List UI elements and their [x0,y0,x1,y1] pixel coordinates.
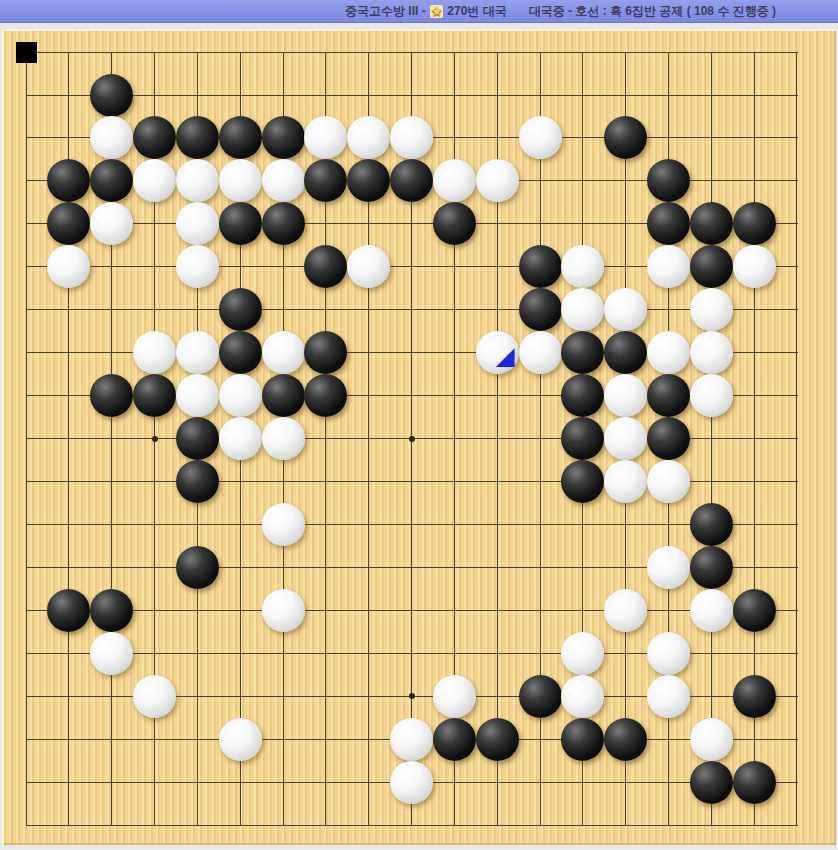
stone-black[interactable] [433,718,476,761]
stone-black[interactable] [647,374,690,417]
stone-white[interactable] [733,245,776,288]
stone-white[interactable] [476,331,519,374]
stone-white[interactable] [647,546,690,589]
stone-black[interactable] [733,589,776,632]
stone-black[interactable] [519,675,562,718]
stone-white[interactable] [304,116,347,159]
stone-white[interactable] [690,288,733,331]
stone-white[interactable] [390,761,433,804]
stone-white[interactable] [647,632,690,675]
stone-black[interactable] [47,202,90,245]
stone-black[interactable] [561,417,604,460]
stone-white[interactable] [262,503,305,546]
stone-black[interactable] [133,374,176,417]
game-status-label: 대국중 - 호선 : 흑 6집반 공제 ( 108 수 진행중 ) [529,3,776,20]
stone-black[interactable] [476,718,519,761]
stone-white[interactable] [133,331,176,374]
stone-white[interactable] [347,116,390,159]
stone-black[interactable] [519,245,562,288]
stone-black[interactable] [561,374,604,417]
grid-line-horizontal [26,825,798,826]
stone-white[interactable] [561,288,604,331]
stone-black[interactable] [262,374,305,417]
stone-black[interactable] [604,718,647,761]
stone-black[interactable] [561,718,604,761]
stone-white[interactable] [219,417,262,460]
stone-white[interactable] [604,288,647,331]
stone-black[interactable] [690,761,733,804]
stone-black[interactable] [647,159,690,202]
stone-white[interactable] [647,331,690,374]
stone-black[interactable] [519,288,562,331]
stone-white[interactable] [47,245,90,288]
stone-white[interactable] [90,202,133,245]
stone-white[interactable] [176,374,219,417]
stone-white[interactable] [176,159,219,202]
stone-black[interactable] [47,589,90,632]
stone-black[interactable] [176,546,219,589]
stone-white[interactable] [176,331,219,374]
stone-white[interactable] [647,460,690,503]
stone-white[interactable] [262,417,305,460]
stone-black[interactable] [561,331,604,374]
stone-black[interactable] [647,202,690,245]
stone-white[interactable] [519,331,562,374]
stone-white[interactable] [476,159,519,202]
stone-white[interactable] [561,245,604,288]
stone-black[interactable] [304,331,347,374]
stone-white[interactable] [262,159,305,202]
stone-black[interactable] [604,331,647,374]
stone-black[interactable] [647,417,690,460]
corner-square-marker [16,42,37,63]
stone-black[interactable] [262,116,305,159]
stone-black[interactable] [690,503,733,546]
go-board[interactable] [2,29,836,845]
stone-black[interactable] [561,460,604,503]
stone-white[interactable] [690,374,733,417]
stone-black[interactable] [176,460,219,503]
title-bar: 중국고수방 III - ★ 270번 대국 대국중 - 호선 : 흑 6집반 공… [0,0,838,23]
stone-black[interactable] [304,245,347,288]
stone-black[interactable] [690,245,733,288]
stone-black[interactable] [733,675,776,718]
stone-white[interactable] [219,374,262,417]
stone-white[interactable] [604,460,647,503]
game-number-label: 270번 대국 [447,3,506,20]
stone-black[interactable] [433,202,476,245]
grid-line-vertical [796,52,797,826]
stone-black[interactable] [219,331,262,374]
stone-white[interactable] [347,245,390,288]
stone-white[interactable] [176,202,219,245]
stone-white[interactable] [390,718,433,761]
stone-black[interactable] [47,159,90,202]
stone-white[interactable] [604,589,647,632]
stone-white[interactable] [647,675,690,718]
stone-white[interactable] [90,116,133,159]
stone-white[interactable] [390,116,433,159]
grid-line-horizontal [26,610,798,611]
stone-white[interactable] [90,632,133,675]
stone-white[interactable] [690,331,733,374]
stone-white[interactable] [690,718,733,761]
stone-white[interactable] [433,159,476,202]
stone-black[interactable] [133,116,176,159]
stone-black[interactable] [733,761,776,804]
stone-white[interactable] [219,159,262,202]
stone-white[interactable] [561,675,604,718]
star-point [409,693,415,699]
stone-white[interactable] [219,718,262,761]
stone-black[interactable] [219,288,262,331]
room-name-label: 중국고수방 III - [345,3,426,20]
stone-black[interactable] [219,116,262,159]
star-point [409,436,415,442]
stone-white[interactable] [519,116,562,159]
title-left: 중국고수방 III - ★ 270번 대국 [345,3,507,20]
stone-black[interactable] [90,374,133,417]
stone-white[interactable] [561,632,604,675]
stone-black[interactable] [733,202,776,245]
stone-white[interactable] [262,589,305,632]
stone-black[interactable] [347,159,390,202]
stone-white[interactable] [133,159,176,202]
stone-black[interactable] [90,589,133,632]
stone-white[interactable] [262,331,305,374]
stone-black[interactable] [390,159,433,202]
stone-white[interactable] [690,589,733,632]
stone-black[interactable] [304,374,347,417]
stone-white[interactable] [176,245,219,288]
stone-white[interactable] [133,675,176,718]
stone-black[interactable] [176,417,219,460]
stone-white[interactable] [647,245,690,288]
stone-black[interactable] [90,74,133,117]
grid-line-vertical [711,52,712,826]
stone-black[interactable] [690,546,733,589]
stone-black[interactable] [90,159,133,202]
stone-white[interactable] [604,417,647,460]
stone-black[interactable] [219,202,262,245]
stone-white[interactable] [604,374,647,417]
stone-black[interactable] [690,202,733,245]
stone-white[interactable] [433,675,476,718]
game-window: 중국고수방 III - ★ 270번 대국 대국중 - 호선 : 흑 6집반 공… [0,0,838,850]
stone-black[interactable] [604,116,647,159]
stone-black[interactable] [304,159,347,202]
medal-icon: ★ [430,5,444,18]
last-move-marker [496,348,515,367]
stone-black[interactable] [176,116,219,159]
stone-black[interactable] [262,202,305,245]
grid-line-horizontal [26,524,798,525]
star-point [152,436,158,442]
